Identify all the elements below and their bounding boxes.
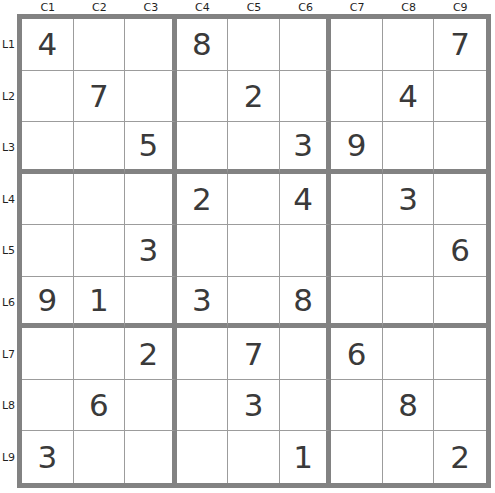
cell-L6C1[interactable]: 9 [22, 277, 74, 329]
row-label-l2: L2 [0, 71, 17, 123]
cell-L3C5[interactable] [228, 122, 280, 174]
cell-L8C5[interactable]: 3 [228, 380, 280, 432]
row-labels: L1 L2 L3 L4 L5 L6 L7 L8 L9 [0, 14, 17, 488]
col-label-c4: C4 [177, 0, 229, 14]
cell-L7C3[interactable]: 2 [125, 328, 177, 380]
cell-L2C9[interactable] [434, 71, 486, 123]
col-label-c7: C7 [331, 0, 383, 14]
cell-L9C9[interactable]: 2 [434, 431, 486, 483]
cell-L6C5[interactable] [228, 277, 280, 329]
cell-L6C6[interactable]: 8 [280, 277, 332, 329]
cell-L5C4[interactable] [177, 225, 229, 277]
sudoku-page: C1 C2 C3 C4 C5 C6 C7 C8 C9 L1 L2 L3 L4 L… [0, 0, 495, 493]
cell-L2C1[interactable] [22, 71, 74, 123]
cell-L9C8[interactable] [383, 431, 435, 483]
cell-L5C6[interactable] [280, 225, 332, 277]
column-header-row: C1 C2 C3 C4 C5 C6 C7 C8 C9 [0, 0, 495, 14]
cell-L6C8[interactable] [383, 277, 435, 329]
cell-L7C4[interactable] [177, 328, 229, 380]
cell-L2C2[interactable]: 7 [74, 71, 126, 123]
cell-L8C3[interactable] [125, 380, 177, 432]
row-label-l1: L1 [0, 19, 17, 71]
row-label-l4: L4 [0, 174, 17, 226]
cell-L6C9[interactable] [434, 277, 486, 329]
cell-L1C4[interactable]: 8 [177, 19, 229, 71]
cell-L3C2[interactable] [74, 122, 126, 174]
cell-L2C4[interactable] [177, 71, 229, 123]
col-label-c2: C2 [74, 0, 126, 14]
cell-L8C4[interactable] [177, 380, 229, 432]
cell-L1C3[interactable] [125, 19, 177, 71]
cell-L2C6[interactable] [280, 71, 332, 123]
cell-L6C2[interactable]: 1 [74, 277, 126, 329]
cell-L3C4[interactable] [177, 122, 229, 174]
cell-L2C5[interactable]: 2 [228, 71, 280, 123]
cell-L7C1[interactable] [22, 328, 74, 380]
col-label-c9: C9 [434, 0, 486, 14]
cell-L8C2[interactable]: 6 [74, 380, 126, 432]
cell-L6C4[interactable]: 3 [177, 277, 229, 329]
cell-L7C5[interactable]: 7 [228, 328, 280, 380]
cell-L9C1[interactable]: 3 [22, 431, 74, 483]
col-label-c6: C6 [280, 0, 332, 14]
col-label-c1: C1 [22, 0, 74, 14]
cell-L5C1[interactable] [22, 225, 74, 277]
cell-L9C2[interactable] [74, 431, 126, 483]
row-label-l9: L9 [0, 431, 17, 483]
cell-L3C7[interactable]: 9 [331, 122, 383, 174]
cell-L9C6[interactable]: 1 [280, 431, 332, 483]
cell-L7C9[interactable] [434, 328, 486, 380]
cell-L7C8[interactable] [383, 328, 435, 380]
cell-L8C7[interactable] [331, 380, 383, 432]
cell-L4C4[interactable]: 2 [177, 174, 229, 226]
row-label-l5: L5 [0, 225, 17, 277]
cell-L2C8[interactable]: 4 [383, 71, 435, 123]
col-label-c3: C3 [125, 0, 177, 14]
cell-L3C9[interactable] [434, 122, 486, 174]
board-row: L1 L2 L3 L4 L5 L6 L7 L8 L9 4877245392433… [0, 14, 495, 488]
cell-L9C5[interactable] [228, 431, 280, 483]
cell-L6C7[interactable] [331, 277, 383, 329]
row-label-l6: L6 [0, 277, 17, 329]
cell-L5C3[interactable]: 3 [125, 225, 177, 277]
sudoku-board: 487724539243369138276638312 [17, 14, 491, 488]
cell-L1C6[interactable] [280, 19, 332, 71]
row-label-l3: L3 [0, 122, 17, 174]
cell-L3C6[interactable]: 3 [280, 122, 332, 174]
cell-L8C1[interactable] [22, 380, 74, 432]
cell-L8C8[interactable]: 8 [383, 380, 435, 432]
cell-L8C9[interactable] [434, 380, 486, 432]
cell-L2C7[interactable] [331, 71, 383, 123]
cell-L1C1[interactable]: 4 [22, 19, 74, 71]
cell-L9C3[interactable] [125, 431, 177, 483]
cell-L1C8[interactable] [383, 19, 435, 71]
cell-L5C5[interactable] [228, 225, 280, 277]
cell-L4C6[interactable]: 4 [280, 174, 332, 226]
cell-L5C7[interactable] [331, 225, 383, 277]
row-label-l7: L7 [0, 328, 17, 380]
cell-L6C3[interactable] [125, 277, 177, 329]
cell-L8C6[interactable] [280, 380, 332, 432]
cell-L1C2[interactable] [74, 19, 126, 71]
cell-L5C9[interactable]: 6 [434, 225, 486, 277]
cell-L4C3[interactable] [125, 174, 177, 226]
row-label-l8: L8 [0, 380, 17, 432]
cell-L4C1[interactable] [22, 174, 74, 226]
cell-L9C4[interactable] [177, 431, 229, 483]
cell-L7C6[interactable] [280, 328, 332, 380]
corner-spacer [0, 0, 17, 14]
cell-L4C8[interactable]: 3 [383, 174, 435, 226]
column-labels: C1 C2 C3 C4 C5 C6 C7 C8 C9 [17, 0, 491, 14]
cell-L4C5[interactable] [228, 174, 280, 226]
cell-L1C7[interactable] [331, 19, 383, 71]
cell-L1C9[interactable]: 7 [434, 19, 486, 71]
cell-L1C5[interactable] [228, 19, 280, 71]
cell-L7C7[interactable]: 6 [331, 328, 383, 380]
cell-L4C2[interactable] [74, 174, 126, 226]
col-label-c8: C8 [383, 0, 435, 14]
cell-L3C8[interactable] [383, 122, 435, 174]
cell-L3C3[interactable]: 5 [125, 122, 177, 174]
col-label-c5: C5 [228, 0, 280, 14]
cell-L3C1[interactable] [22, 122, 74, 174]
cell-L2C3[interactable] [125, 71, 177, 123]
cell-L5C2[interactable] [74, 225, 126, 277]
cell-L5C8[interactable] [383, 225, 435, 277]
cell-L4C7[interactable] [331, 174, 383, 226]
cell-L4C9[interactable] [434, 174, 486, 226]
cell-L7C2[interactable] [74, 328, 126, 380]
cell-L9C7[interactable] [331, 431, 383, 483]
